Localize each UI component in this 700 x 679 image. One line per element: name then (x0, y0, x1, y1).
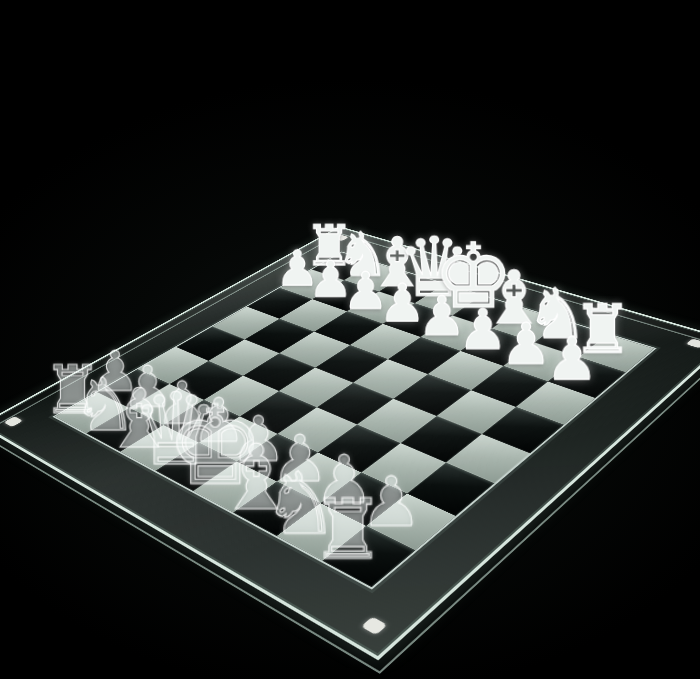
corner-pad-right (686, 339, 700, 349)
glass-board: ♜♞♝♛♚♝♞♜♟♟♟♟♟♟♟♟♟♟♟♟♟♟♟♟♜♞♝♛♚♝♞♜ (0, 226, 700, 660)
corner-pad-left (4, 416, 23, 427)
piece-white-pawn: ♟ (546, 330, 598, 389)
checker-grid: ♜♞♝♛♚♝♞♜♟♟♟♟♟♟♟♟♟♟♟♟♟♟♟♟♜♞♝♛♚♝♞♜ (55, 252, 654, 587)
piece-black-rook: ♜ (311, 489, 386, 572)
corner-pad-bottom (361, 617, 387, 636)
scene: ♜♞♝♛♚♝♞♜♟♟♟♟♟♟♟♟♟♟♟♟♟♟♟♟♜♞♝♛♚♝♞♜ (0, 0, 700, 679)
board-perspective-wrapper: ♜♞♝♛♚♝♞♜♟♟♟♟♟♟♟♟♟♟♟♟♟♟♟♟♜♞♝♛♚♝♞♜ (0, 0, 700, 679)
piece-white-pawn: ♟ (501, 316, 552, 373)
